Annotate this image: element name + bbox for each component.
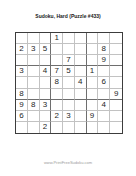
sudoku-cell-empty[interactable] bbox=[16, 77, 28, 88]
sudoku-cell-given: 7 bbox=[51, 66, 63, 77]
sudoku-cell-empty[interactable] bbox=[75, 89, 87, 100]
sudoku-cell-given: 1 bbox=[51, 33, 63, 44]
page-title: Sudoku, Hard (Puzzle #433) bbox=[0, 13, 136, 19]
sudoku-cell-empty[interactable] bbox=[75, 44, 87, 55]
sudoku-cell-empty[interactable] bbox=[63, 33, 75, 44]
sudoku-cell-given: 8 bbox=[16, 89, 28, 100]
sudoku-cell-empty[interactable] bbox=[75, 33, 87, 44]
sudoku-cell-given: 9 bbox=[16, 100, 28, 111]
sudoku-cell-empty[interactable] bbox=[51, 44, 63, 55]
sudoku-cell-empty[interactable] bbox=[63, 89, 75, 100]
sudoku-cell-empty[interactable] bbox=[110, 66, 122, 77]
sudoku-cell-empty[interactable] bbox=[28, 33, 40, 44]
puzzle-page: Sudoku, Hard (Puzzle #433) 1235879347518… bbox=[0, 0, 136, 176]
sudoku-cell-empty[interactable] bbox=[40, 33, 52, 44]
sudoku-cell-given: 3 bbox=[40, 100, 52, 111]
sudoku-cell-given: 9 bbox=[98, 55, 110, 66]
sudoku-cell-empty[interactable] bbox=[40, 89, 52, 100]
sudoku-cell-empty[interactable] bbox=[16, 55, 28, 66]
sudoku-cell-given: 3 bbox=[28, 44, 40, 55]
sudoku-cell-empty[interactable] bbox=[87, 89, 99, 100]
sudoku-cell-empty[interactable] bbox=[87, 44, 99, 55]
sudoku-cell-empty[interactable] bbox=[28, 77, 40, 88]
sudoku-cell-given: 3 bbox=[16, 66, 28, 77]
sudoku-board: 12358793475184689983462392 bbox=[15, 32, 123, 134]
sudoku-cell-empty[interactable] bbox=[75, 66, 87, 77]
sudoku-cell-empty[interactable] bbox=[110, 77, 122, 88]
sudoku-cell-given: 5 bbox=[63, 66, 75, 77]
sudoku-cell-empty[interactable] bbox=[110, 33, 122, 44]
sudoku-cell-empty[interactable] bbox=[75, 55, 87, 66]
sudoku-cell-empty[interactable] bbox=[87, 33, 99, 44]
sudoku-cell-empty[interactable] bbox=[16, 122, 28, 133]
sudoku-cell-empty[interactable] bbox=[63, 77, 75, 88]
sudoku-cell-empty[interactable] bbox=[110, 100, 122, 111]
sudoku-cell-empty[interactable] bbox=[28, 122, 40, 133]
sudoku-cell-empty[interactable] bbox=[63, 100, 75, 111]
sudoku-cell-empty[interactable] bbox=[28, 66, 40, 77]
sudoku-cell-empty[interactable] bbox=[110, 55, 122, 66]
footer-url: www.PrintFreeSudoku.com bbox=[0, 160, 136, 165]
sudoku-cell-empty[interactable] bbox=[98, 66, 110, 77]
sudoku-cell-given: 8 bbox=[98, 44, 110, 55]
sudoku-cell-empty[interactable] bbox=[87, 122, 99, 133]
sudoku-cell-empty[interactable] bbox=[51, 122, 63, 133]
sudoku-cell-empty[interactable] bbox=[40, 111, 52, 122]
sudoku-cell-empty[interactable] bbox=[110, 111, 122, 122]
sudoku-cell-given: 5 bbox=[40, 44, 52, 55]
sudoku-cell-empty[interactable] bbox=[98, 122, 110, 133]
sudoku-cell-given: 6 bbox=[98, 77, 110, 88]
sudoku-cell-given: 4 bbox=[40, 66, 52, 77]
sudoku-cell-given: 2 bbox=[51, 111, 63, 122]
sudoku-cell-given: 2 bbox=[40, 122, 52, 133]
sudoku-cell-empty[interactable] bbox=[63, 122, 75, 133]
sudoku-cell-given: 8 bbox=[28, 100, 40, 111]
sudoku-cell-empty[interactable] bbox=[75, 111, 87, 122]
sudoku-cell-given: 2 bbox=[16, 44, 28, 55]
sudoku-cell-empty[interactable] bbox=[63, 44, 75, 55]
sudoku-cell-empty[interactable] bbox=[75, 100, 87, 111]
sudoku-cell-empty[interactable] bbox=[87, 77, 99, 88]
sudoku-cell-given: 6 bbox=[16, 111, 28, 122]
sudoku-cell-empty[interactable] bbox=[98, 33, 110, 44]
sudoku-cell-empty[interactable] bbox=[40, 55, 52, 66]
sudoku-cell-empty[interactable] bbox=[51, 89, 63, 100]
sudoku-cell-given: 3 bbox=[63, 111, 75, 122]
sudoku-cell-empty[interactable] bbox=[28, 111, 40, 122]
sudoku-cell-empty[interactable] bbox=[51, 100, 63, 111]
sudoku-cell-given: 4 bbox=[98, 100, 110, 111]
sudoku-cell-given: 9 bbox=[87, 111, 99, 122]
sudoku-cell-empty[interactable] bbox=[28, 55, 40, 66]
sudoku-cell-given: 9 bbox=[110, 89, 122, 100]
sudoku-cell-empty[interactable] bbox=[87, 100, 99, 111]
sudoku-cell-empty[interactable] bbox=[16, 33, 28, 44]
sudoku-cell-empty[interactable] bbox=[98, 111, 110, 122]
sudoku-cell-empty[interactable] bbox=[28, 89, 40, 100]
sudoku-cell-given: 1 bbox=[87, 66, 99, 77]
sudoku-cell-empty[interactable] bbox=[98, 89, 110, 100]
sudoku-cell-empty[interactable] bbox=[75, 122, 87, 133]
sudoku-cell-given: 4 bbox=[75, 77, 87, 88]
sudoku-cell-empty[interactable] bbox=[51, 55, 63, 66]
sudoku-cell-given: 7 bbox=[63, 55, 75, 66]
sudoku-cell-empty[interactable] bbox=[110, 122, 122, 133]
sudoku-cell-empty[interactable] bbox=[40, 77, 52, 88]
sudoku-cell-empty[interactable] bbox=[87, 55, 99, 66]
sudoku-cell-empty[interactable] bbox=[110, 44, 122, 55]
sudoku-cell-given: 8 bbox=[51, 77, 63, 88]
